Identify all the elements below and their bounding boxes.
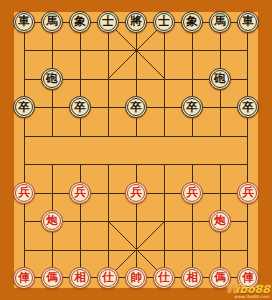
piece-glyph: 兵 xyxy=(127,184,145,202)
piece-red-傌-f2r10[interactable]: 傌 xyxy=(41,267,63,289)
piece-glyph: 仕 xyxy=(155,269,173,287)
play-area: 車馬象士將士象馬車砲砲卒卒卒卒卒兵兵兵兵兵炮炮俥傌相仕帥仕相傌俥 xyxy=(24,22,250,280)
piece-red-傌-f8r10[interactable]: 傌 xyxy=(209,267,231,289)
piece-red-帥-f5r10[interactable]: 帥 xyxy=(125,267,147,289)
piece-glyph: 馬 xyxy=(211,13,229,31)
piece-glyph: 卒 xyxy=(127,98,145,116)
piece-glyph: 車 xyxy=(15,13,33,31)
piece-black-砲-f8r3[interactable]: 砲 xyxy=(209,68,231,90)
piece-glyph: 傌 xyxy=(43,269,61,287)
piece-glyph: 卒 xyxy=(71,98,89,116)
piece-black-卒-f5r4[interactable]: 卒 xyxy=(125,96,147,118)
piece-black-士-f4r1[interactable]: 士 xyxy=(97,11,119,33)
piece-red-仕-f4r10[interactable]: 仕 xyxy=(97,267,119,289)
piece-red-相-f3r10[interactable]: 相 xyxy=(69,267,91,289)
piece-glyph: 將 xyxy=(127,13,145,31)
piece-red-兵-f9r7[interactable]: 兵 xyxy=(237,182,259,204)
piece-glyph: 士 xyxy=(155,13,173,31)
piece-red-兵-f5r7[interactable]: 兵 xyxy=(125,182,147,204)
piece-glyph: 砲 xyxy=(43,70,61,88)
piece-black-車-f9r1[interactable]: 車 xyxy=(237,11,259,33)
piece-black-卒-f7r4[interactable]: 卒 xyxy=(181,96,203,118)
piece-glyph: 兵 xyxy=(71,184,89,202)
piece-glyph: 象 xyxy=(71,13,89,31)
piece-black-卒-f1r4[interactable]: 卒 xyxy=(13,96,35,118)
piece-glyph: 車 xyxy=(239,13,257,31)
piece-red-仕-f6r10[interactable]: 仕 xyxy=(153,267,175,289)
piece-glyph: 卒 xyxy=(239,98,257,116)
piece-glyph: 傌 xyxy=(211,269,229,287)
piece-glyph: 卒 xyxy=(15,98,33,116)
piece-glyph: 兵 xyxy=(183,184,201,202)
piece-red-俥-f9r10[interactable]: 俥 xyxy=(237,267,259,289)
xiangqi-board-screenshot: 車馬象士將士象馬車砲砲卒卒卒卒卒兵兵兵兵兵炮炮俥傌相仕帥仕相傌俥 W ibo88… xyxy=(0,0,272,300)
piece-glyph: 卒 xyxy=(183,98,201,116)
piece-black-車-f1r1[interactable]: 車 xyxy=(13,11,35,33)
piece-glyph: 仕 xyxy=(99,269,117,287)
piece-black-砲-f2r3[interactable]: 砲 xyxy=(41,68,63,90)
piece-red-炮-f8r8[interactable]: 炮 xyxy=(209,210,231,232)
piece-red-炮-f2r8[interactable]: 炮 xyxy=(41,210,63,232)
piece-red-俥-f1r10[interactable]: 俥 xyxy=(13,267,35,289)
piece-glyph: 俥 xyxy=(15,269,33,287)
piece-black-馬-f8r1[interactable]: 馬 xyxy=(209,11,231,33)
piece-glyph: 炮 xyxy=(211,212,229,230)
piece-red-兵-f7r7[interactable]: 兵 xyxy=(181,182,203,204)
piece-glyph: 俥 xyxy=(239,269,257,287)
piece-black-象-f3r1[interactable]: 象 xyxy=(69,11,91,33)
piece-red-兵-f3r7[interactable]: 兵 xyxy=(69,182,91,204)
piece-black-將-f5r1[interactable]: 將 xyxy=(125,11,147,33)
piece-glyph: 士 xyxy=(99,13,117,31)
piece-red-兵-f1r7[interactable]: 兵 xyxy=(13,182,35,204)
piece-black-象-f7r1[interactable]: 象 xyxy=(181,11,203,33)
piece-black-卒-f3r4[interactable]: 卒 xyxy=(69,96,91,118)
piece-glyph: 象 xyxy=(183,13,201,31)
piece-glyph: 砲 xyxy=(211,70,229,88)
piece-black-馬-f2r1[interactable]: 馬 xyxy=(41,11,63,33)
piece-glyph: 馬 xyxy=(43,13,61,31)
piece-glyph: 相 xyxy=(71,269,89,287)
pieces-layer: 車馬象士將士象馬車砲砲卒卒卒卒卒兵兵兵兵兵炮炮俥傌相仕帥仕相傌俥 xyxy=(24,22,250,280)
piece-red-相-f7r10[interactable]: 相 xyxy=(181,267,203,289)
piece-glyph: 兵 xyxy=(15,184,33,202)
piece-glyph: 炮 xyxy=(43,212,61,230)
piece-glyph: 帥 xyxy=(127,269,145,287)
piece-glyph: 兵 xyxy=(239,184,257,202)
piece-glyph: 相 xyxy=(183,269,201,287)
piece-black-士-f6r1[interactable]: 士 xyxy=(153,11,175,33)
watermark-subtext: www.ibo88.com xyxy=(234,295,270,299)
